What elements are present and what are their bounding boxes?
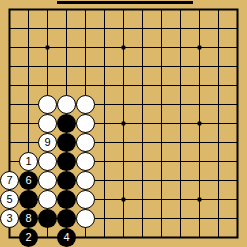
stone-white <box>38 114 57 133</box>
stone-white <box>57 95 76 114</box>
move-number-label: 8 <box>25 213 31 224</box>
stone-white: 3 <box>0 209 19 228</box>
stone-white <box>76 190 95 209</box>
stone-white: 5 <box>0 190 19 209</box>
stone-black: 4 <box>57 228 76 247</box>
stone-white <box>76 152 95 171</box>
move-number-label: 3 <box>6 213 12 224</box>
stone-black: 6 <box>19 171 38 190</box>
stone-black <box>38 209 57 228</box>
stone-black <box>19 190 38 209</box>
stone-white <box>76 95 95 114</box>
stone-white <box>38 171 57 190</box>
cropped-stone-row-artifact <box>57 1 193 4</box>
stone-black <box>57 171 76 190</box>
stone-white <box>38 95 57 114</box>
stone-black: 8 <box>19 209 38 228</box>
stones-layer: 917653824 <box>0 0 247 247</box>
stone-white: 7 <box>0 171 19 190</box>
stone-white <box>38 190 57 209</box>
move-number-label: 7 <box>6 175 12 186</box>
stone-black <box>57 209 76 228</box>
stone-white <box>76 133 95 152</box>
move-number-label: 1 <box>25 156 31 167</box>
move-number-label: 4 <box>63 232 69 243</box>
move-number-label: 9 <box>44 137 50 148</box>
stone-white <box>76 209 95 228</box>
move-number-label: 2 <box>25 232 31 243</box>
stone-black <box>57 133 76 152</box>
stone-black: 2 <box>19 228 38 247</box>
move-number-label: 5 <box>6 194 12 205</box>
stone-black <box>57 152 76 171</box>
go-board-diagram: 917653824 <box>0 0 247 247</box>
stone-black <box>57 114 76 133</box>
move-number-label: 6 <box>25 175 31 186</box>
stone-white: 1 <box>19 152 38 171</box>
stone-black <box>57 190 76 209</box>
stone-white <box>38 152 57 171</box>
stone-white <box>76 171 95 190</box>
stone-white <box>76 114 95 133</box>
stone-white: 9 <box>38 133 57 152</box>
